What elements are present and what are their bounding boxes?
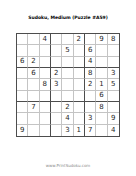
cell-r3c9-empty[interactable] — [108, 57, 119, 68]
cell-r1c9-given[interactable]: 8 — [108, 34, 119, 45]
cell-r9c6-given[interactable]: 1 — [74, 125, 85, 136]
cell-r1c7-empty[interactable] — [85, 34, 96, 45]
cell-r4c3-empty[interactable] — [40, 68, 51, 79]
cell-r3c3-empty[interactable] — [40, 57, 51, 68]
cell-r1c2-empty[interactable] — [28, 34, 39, 45]
cell-r5c6-empty[interactable] — [74, 79, 85, 90]
cell-r3c2-given[interactable]: 2 — [28, 57, 39, 68]
cell-r3c1-given[interactable]: 6 — [17, 57, 28, 68]
cell-r3c4-empty[interactable] — [51, 57, 62, 68]
cell-r4c5-empty[interactable] — [62, 68, 73, 79]
cell-r6c2-empty[interactable] — [28, 91, 39, 102]
cell-r7c9-empty[interactable] — [108, 102, 119, 113]
cell-r8c8-empty[interactable] — [96, 113, 107, 124]
cell-r4c6-empty[interactable] — [74, 68, 85, 79]
cell-r6c1-empty[interactable] — [17, 91, 28, 102]
cell-r4c2-given[interactable]: 6 — [28, 68, 39, 79]
cell-r2c5-given[interactable]: 5 — [62, 45, 73, 56]
cell-r2c9-empty[interactable] — [108, 45, 119, 56]
cell-r8c9-given[interactable]: 9 — [108, 113, 119, 124]
cell-r6c8-given[interactable]: 6 — [96, 91, 107, 102]
cell-r9c3-empty[interactable] — [40, 125, 51, 136]
cell-r6c4-empty[interactable] — [51, 91, 62, 102]
cell-r6c7-empty[interactable] — [85, 91, 96, 102]
cell-r6c3-empty[interactable] — [40, 91, 51, 102]
cell-r1c4-empty[interactable] — [51, 34, 62, 45]
cell-r9c5-given[interactable]: 3 — [62, 125, 73, 136]
cell-r2c6-empty[interactable] — [74, 45, 85, 56]
cell-r4c7-given[interactable]: 8 — [85, 68, 96, 79]
cell-r5c3-given[interactable]: 8 — [40, 79, 51, 90]
cell-r7c1-empty[interactable] — [17, 102, 28, 113]
cell-r4c4-given[interactable]: 2 — [51, 68, 62, 79]
cell-r8c3-empty[interactable] — [40, 113, 51, 124]
cell-r8c6-empty[interactable] — [74, 113, 85, 124]
cell-r6c6-empty[interactable] — [74, 91, 85, 102]
cell-r2c8-empty[interactable] — [96, 45, 107, 56]
cell-r9c2-empty[interactable] — [28, 125, 39, 136]
cell-r3c7-given[interactable]: 4 — [85, 57, 96, 68]
cell-r8c5-given[interactable]: 4 — [62, 113, 73, 124]
cell-r7c8-given[interactable]: 8 — [96, 102, 107, 113]
cell-r4c8-empty[interactable] — [96, 68, 107, 79]
cell-r7c3-empty[interactable] — [40, 102, 51, 113]
cell-r1c3-given[interactable]: 4 — [40, 34, 51, 45]
cell-r6c5-empty[interactable] — [62, 91, 73, 102]
cell-r9c8-empty[interactable] — [96, 125, 107, 136]
cell-r5c8-given[interactable]: 1 — [96, 79, 107, 90]
cell-r3c5-empty[interactable] — [62, 57, 73, 68]
cell-r9c9-given[interactable]: 4 — [108, 125, 119, 136]
cell-r1c6-given[interactable]: 2 — [74, 34, 85, 45]
cell-r2c1-empty[interactable] — [17, 45, 28, 56]
cell-r5c4-given[interactable]: 3 — [51, 79, 62, 90]
cell-r8c4-empty[interactable] — [51, 113, 62, 124]
cell-r7c5-given[interactable]: 2 — [62, 102, 73, 113]
cell-r4c1-empty[interactable] — [17, 68, 28, 79]
cell-r5c2-empty[interactable] — [28, 79, 39, 90]
cell-r7c4-empty[interactable] — [51, 102, 62, 113]
cell-r2c2-empty[interactable] — [28, 45, 39, 56]
cell-r1c8-given[interactable]: 9 — [96, 34, 107, 45]
cell-r8c2-empty[interactable] — [28, 113, 39, 124]
sudoku-board: 429856624628383215672843993174 — [16, 33, 120, 137]
cell-r5c1-empty[interactable] — [17, 79, 28, 90]
cell-r2c4-empty[interactable] — [51, 45, 62, 56]
cell-r3c6-empty[interactable] — [74, 57, 85, 68]
cell-r5c7-given[interactable]: 2 — [85, 79, 96, 90]
cell-r9c4-empty[interactable] — [51, 125, 62, 136]
cell-r5c9-given[interactable]: 5 — [108, 79, 119, 90]
cell-r3c8-empty[interactable] — [96, 57, 107, 68]
cell-r9c7-given[interactable]: 7 — [85, 125, 96, 136]
cell-r8c1-empty[interactable] — [17, 113, 28, 124]
cell-r2c3-empty[interactable] — [40, 45, 51, 56]
cell-r4c9-given[interactable]: 3 — [108, 68, 119, 79]
page-title: Sudoku, Medium (Puzzle #A59) — [0, 15, 136, 20]
cell-r5c5-empty[interactable] — [62, 79, 73, 90]
footer-url: www.PrintSudoku.com — [0, 163, 136, 168]
cell-r1c1-empty[interactable] — [17, 34, 28, 45]
cell-r7c7-empty[interactable] — [85, 102, 96, 113]
cell-r8c7-given[interactable]: 3 — [85, 113, 96, 124]
cell-r1c5-empty[interactable] — [62, 34, 73, 45]
cell-r7c2-given[interactable]: 7 — [28, 102, 39, 113]
cell-r9c1-given[interactable]: 9 — [17, 125, 28, 136]
cell-r2c7-given[interactable]: 6 — [85, 45, 96, 56]
cell-r7c6-empty[interactable] — [74, 102, 85, 113]
cell-r6c9-empty[interactable] — [108, 91, 119, 102]
